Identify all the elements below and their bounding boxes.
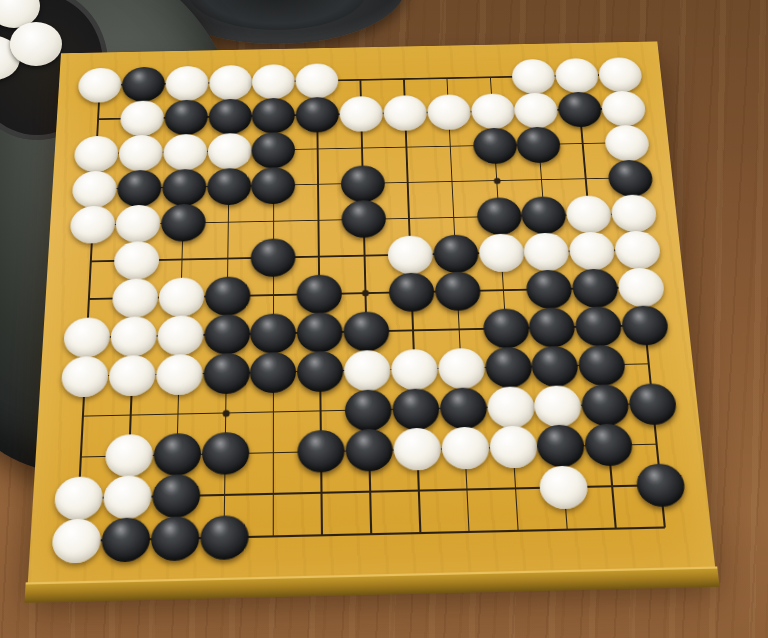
white-stone bbox=[51, 518, 102, 563]
board-surface bbox=[28, 41, 716, 584]
photo-scene bbox=[0, 0, 768, 638]
black-stone bbox=[101, 517, 151, 562]
go-board bbox=[28, 41, 716, 584]
hoshi-point bbox=[362, 290, 369, 297]
black-stone bbox=[150, 516, 199, 561]
hoshi-point bbox=[493, 177, 500, 183]
bowl-white-stone bbox=[10, 22, 62, 66]
black-stone bbox=[199, 515, 248, 560]
hoshi-point bbox=[222, 409, 229, 416]
